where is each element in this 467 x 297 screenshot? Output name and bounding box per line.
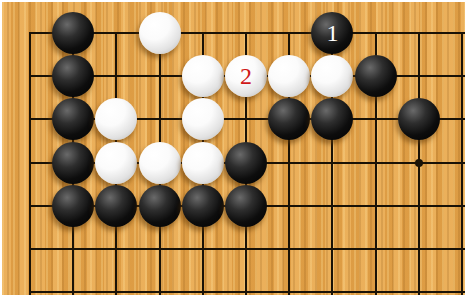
move-number-label: 1 <box>326 21 338 45</box>
stone-black[interactable] <box>268 98 310 140</box>
grid-line-horizontal <box>29 32 465 34</box>
stone-white[interactable] <box>182 142 224 184</box>
star-point <box>415 159 423 167</box>
stone-black[interactable] <box>52 185 94 227</box>
stone-black[interactable] <box>225 142 267 184</box>
stone-black[interactable] <box>95 185 137 227</box>
stone-black[interactable] <box>52 12 94 54</box>
stone-white[interactable] <box>182 55 224 97</box>
stone-black[interactable] <box>52 142 94 184</box>
move-number-label: 2 <box>240 64 252 88</box>
stone-white[interactable] <box>139 12 181 54</box>
stone-black[interactable] <box>355 55 397 97</box>
grid-line-horizontal <box>29 248 465 250</box>
stone-black[interactable] <box>182 185 224 227</box>
stone-white[interactable] <box>95 98 137 140</box>
stone-black[interactable] <box>398 98 440 140</box>
stone-black[interactable] <box>225 185 267 227</box>
stone-white[interactable]: 2 <box>225 55 267 97</box>
grid-line-horizontal <box>29 291 465 293</box>
stone-black[interactable] <box>139 185 181 227</box>
stone-white[interactable] <box>95 142 137 184</box>
stone-black[interactable] <box>52 98 94 140</box>
stone-white[interactable] <box>139 142 181 184</box>
stone-white[interactable] <box>311 55 353 97</box>
stone-black[interactable] <box>311 98 353 140</box>
go-board[interactable]: 12 <box>2 2 465 295</box>
stone-black[interactable]: 1 <box>311 12 353 54</box>
stone-white[interactable] <box>268 55 310 97</box>
stone-white[interactable] <box>182 98 224 140</box>
stone-black[interactable] <box>52 55 94 97</box>
diagram-frame: 12 <box>0 0 467 297</box>
